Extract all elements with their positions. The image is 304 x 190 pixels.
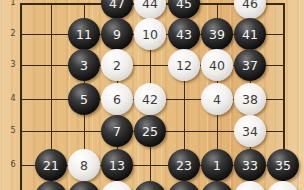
row-label-1: 1 — [10, 0, 15, 7]
stone-black-partial — [35, 181, 67, 190]
stone-black-partial — [68, 181, 100, 190]
stone-white-8: 8 — [68, 149, 100, 181]
stone-white-partial — [101, 181, 133, 190]
stone-black-45: 45 — [168, 0, 200, 19]
stone-black-25: 25 — [134, 115, 166, 147]
stone-white-42: 42 — [134, 83, 166, 115]
stone-black-partial — [201, 181, 233, 190]
stone-black-11: 11 — [68, 18, 100, 50]
grid-line-col-1 — [20, 3, 22, 190]
stone-black-23: 23 — [168, 149, 200, 181]
stone-black-21: 21 — [35, 149, 67, 181]
stone-black-3: 3 — [68, 49, 100, 81]
stone-white-40: 40 — [201, 49, 233, 81]
stone-black-37: 37 — [234, 49, 266, 81]
row-label-2: 2 — [10, 30, 15, 38]
stone-white-12: 12 — [168, 49, 200, 81]
stone-white-44: 44 — [134, 0, 166, 19]
stone-black-5: 5 — [68, 83, 100, 115]
row-label-3: 3 — [10, 61, 15, 69]
go-board[interactable]: 1234564744454611910433941321240375642438… — [0, 0, 304, 190]
stone-white-partial — [267, 181, 299, 190]
stone-white-10: 10 — [134, 18, 166, 50]
stone-black-7: 7 — [101, 115, 133, 147]
stone-white-partial — [234, 181, 266, 190]
stone-black-9: 9 — [101, 18, 133, 50]
stone-black-43: 43 — [168, 18, 200, 50]
stone-white-2: 2 — [101, 49, 133, 81]
stone-black-39: 39 — [201, 18, 233, 50]
row-label-5: 5 — [10, 127, 15, 135]
stone-black-partial — [134, 181, 166, 190]
stone-white-6: 6 — [101, 83, 133, 115]
stone-white-34: 34 — [234, 115, 266, 147]
stone-white-4: 4 — [201, 83, 233, 115]
stone-black-33: 33 — [234, 149, 266, 181]
stone-white-38: 38 — [234, 83, 266, 115]
stone-black-47: 47 — [101, 0, 133, 19]
row-label-4: 4 — [10, 95, 15, 103]
stone-black-13: 13 — [101, 149, 133, 181]
row-label-6: 6 — [10, 161, 15, 169]
stone-white-46: 46 — [234, 0, 266, 19]
go-app-screen: 1234564744454611910433941321240375642438… — [0, 0, 304, 190]
stone-black-41: 41 — [234, 18, 266, 50]
stone-black-1: 1 — [201, 149, 233, 181]
stone-black-35: 35 — [267, 149, 299, 181]
stone-black-partial — [168, 181, 200, 190]
